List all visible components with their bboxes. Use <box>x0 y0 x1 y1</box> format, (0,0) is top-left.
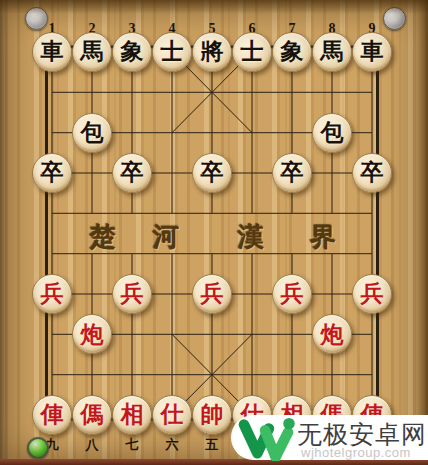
black-advisor[interactable]: 士 <box>232 32 272 72</box>
red-horse[interactable]: 傌 <box>72 395 112 435</box>
red-chariot[interactable]: 俥 <box>32 395 72 435</box>
watermark: 无极安卓网 wjhotelgroup.com <box>231 415 428 460</box>
screw-icon <box>383 7 406 30</box>
green-indicator-icon <box>27 437 49 459</box>
red-cannon[interactable]: 炮 <box>72 314 112 354</box>
red-soldier[interactable]: 兵 <box>32 274 72 314</box>
red-soldier[interactable]: 兵 <box>192 274 232 314</box>
black-cannon[interactable]: 包 <box>312 113 352 153</box>
black-chariot[interactable]: 車 <box>32 32 72 72</box>
red-soldier[interactable]: 兵 <box>112 274 152 314</box>
file-label-bottom-3: 七 <box>122 436 142 451</box>
red-elephant[interactable]: 相 <box>112 395 152 435</box>
red-cannon[interactable]: 炮 <box>312 314 352 354</box>
black-chariot[interactable]: 車 <box>352 32 392 72</box>
black-advisor[interactable]: 士 <box>152 32 192 72</box>
red-general[interactable]: 帥 <box>192 395 232 435</box>
red-soldier[interactable]: 兵 <box>352 274 392 314</box>
black-soldier[interactable]: 卒 <box>272 153 312 193</box>
red-advisor[interactable]: 仕 <box>152 395 192 435</box>
black-general[interactable]: 將 <box>192 32 232 72</box>
red-soldier[interactable]: 兵 <box>272 274 312 314</box>
screw-icon <box>25 7 48 30</box>
watermark-site-url: wjhotelgroup.com <box>301 445 411 460</box>
site-logo-icon <box>236 415 296 461</box>
black-elephant[interactable]: 象 <box>272 32 312 72</box>
black-elephant[interactable]: 象 <box>112 32 152 72</box>
black-soldier[interactable]: 卒 <box>352 153 392 193</box>
black-horse[interactable]: 馬 <box>72 32 112 72</box>
xiangqi-app-window: 楚河 漢界 123456789九八七六五四三二一 車馬象士將士象馬車包包卒卒卒卒… <box>0 0 428 465</box>
black-soldier[interactable]: 卒 <box>112 153 152 193</box>
xiangqi-board: 車馬象士將士象馬車包包卒卒卒卒卒兵兵兵兵兵炮炮俥傌相仕帥仕相傌俥 <box>32 32 392 435</box>
black-horse[interactable]: 馬 <box>312 32 352 72</box>
file-label-bottom-4: 六 <box>162 436 182 451</box>
black-soldier[interactable]: 卒 <box>192 153 232 193</box>
black-soldier[interactable]: 卒 <box>32 153 72 193</box>
file-label-bottom-5: 五 <box>202 436 222 451</box>
black-cannon[interactable]: 包 <box>72 113 112 153</box>
file-label-bottom-2: 八 <box>82 436 102 451</box>
